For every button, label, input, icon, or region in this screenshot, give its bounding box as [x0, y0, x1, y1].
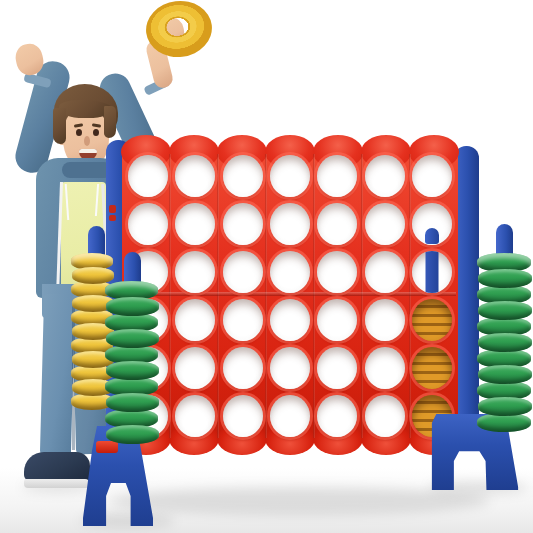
cell-r2c4	[266, 200, 313, 248]
cell-r1c1	[124, 152, 171, 200]
hole-r4c3	[223, 299, 263, 341]
cell-r1c7	[409, 152, 456, 200]
cell-r2c7	[409, 200, 456, 248]
hole-r4c5	[317, 299, 357, 341]
disc-stack-green-right	[477, 253, 531, 432]
cell-r4c5	[314, 296, 361, 344]
child-shoe-sole	[24, 479, 90, 488]
hole-r1c6	[365, 155, 405, 197]
hole-r5c3	[223, 347, 263, 389]
hole-r4c2	[175, 299, 215, 341]
disc-stack-green-left	[105, 281, 158, 444]
cell-r3c3	[219, 248, 266, 296]
cell-r6c4	[266, 392, 313, 440]
cell-r1c3	[219, 152, 266, 200]
hole-r2c3	[223, 203, 263, 245]
cell-r2c1	[124, 200, 171, 248]
cell-r5c4	[266, 344, 313, 392]
hole-r2c4	[270, 203, 310, 245]
hole-r5c6	[365, 347, 405, 389]
hole-r1c3	[223, 155, 263, 197]
cell-r5c3	[219, 344, 266, 392]
cell-r1c4	[266, 152, 313, 200]
hole-r3c5	[317, 251, 357, 293]
cell-r1c6	[361, 152, 408, 200]
green-disc	[106, 329, 159, 348]
scene	[0, 0, 533, 533]
cell-r5c5	[314, 344, 361, 392]
green-disc	[106, 361, 159, 380]
board-holes	[124, 152, 456, 440]
hole-r5c5	[317, 347, 357, 389]
cell-r6c2	[171, 392, 218, 440]
hole-r4c6	[365, 299, 405, 341]
hole-r6c5	[317, 395, 357, 437]
hole-r3c6	[365, 251, 405, 293]
storage-post-through-hole	[425, 228, 439, 244]
cell-r5c6	[361, 344, 408, 392]
rail-latch-top	[109, 205, 116, 213]
green-disc	[106, 393, 159, 412]
green-disc	[106, 297, 159, 316]
hole-r1c5	[317, 155, 357, 197]
cell-r1c2	[171, 152, 218, 200]
hole-r4c4	[270, 299, 310, 341]
hole-r3c3	[223, 251, 263, 293]
board-panel	[122, 150, 458, 442]
child-collar	[62, 162, 112, 178]
hole-r6c4	[270, 395, 310, 437]
hole-r5c2	[175, 347, 215, 389]
hole-r4c7	[412, 299, 452, 341]
green-disc	[478, 301, 532, 320]
cell-r5c2	[171, 344, 218, 392]
green-disc	[106, 425, 159, 444]
child-shoe	[24, 452, 90, 488]
cell-r3c4	[266, 248, 313, 296]
hole-r1c1	[128, 155, 168, 197]
cell-r2c6	[361, 200, 408, 248]
green-disc	[478, 269, 532, 288]
green-disc	[478, 365, 532, 384]
hole-r1c2	[175, 155, 215, 197]
child-eye-right	[93, 129, 99, 136]
cell-r4c2	[171, 296, 218, 344]
cell-r5c7	[409, 344, 456, 392]
hole-r6c2	[175, 395, 215, 437]
cell-r2c5	[314, 200, 361, 248]
hole-r6c6	[365, 395, 405, 437]
cell-r4c6	[361, 296, 408, 344]
cell-r3c2	[171, 248, 218, 296]
cell-r1c5	[314, 152, 361, 200]
hole-r3c7	[412, 251, 452, 293]
cell-r3c6	[361, 248, 408, 296]
rail-latch-bottom	[109, 215, 116, 221]
hole-r2c5	[317, 203, 357, 245]
cell-r2c3	[219, 200, 266, 248]
green-disc	[478, 397, 532, 416]
child-jeans-left-leg	[40, 294, 75, 457]
cell-r4c4	[266, 296, 313, 344]
hole-r1c7	[412, 155, 452, 197]
hole-r2c7	[412, 203, 452, 245]
cell-r3c5	[314, 248, 361, 296]
hole-r3c4	[270, 251, 310, 293]
hole-r2c2	[175, 203, 215, 245]
storage-post-through-hole	[426, 251, 439, 293]
green-disc	[478, 333, 532, 352]
child-shoe-upper	[24, 452, 90, 481]
cell-r3c7	[409, 248, 456, 296]
cell-r6c5	[314, 392, 361, 440]
hole-r5c4	[270, 347, 310, 389]
child-eye-left	[76, 129, 82, 136]
child-sidelock-right	[104, 106, 116, 138]
hole-r3c2	[175, 251, 215, 293]
cell-r4c7	[409, 296, 456, 344]
child-nose	[84, 136, 90, 146]
hole-r1c4	[270, 155, 310, 197]
hole-r2c1	[128, 203, 168, 245]
hole-r6c3	[223, 395, 263, 437]
hole-r5c7	[412, 347, 452, 389]
cell-r6c6	[361, 392, 408, 440]
child-sidelock-left	[53, 108, 66, 144]
cell-r6c3	[219, 392, 266, 440]
cell-r2c2	[171, 200, 218, 248]
cell-r4c3	[219, 296, 266, 344]
hole-r2c6	[365, 203, 405, 245]
child-teeth	[79, 149, 97, 153]
